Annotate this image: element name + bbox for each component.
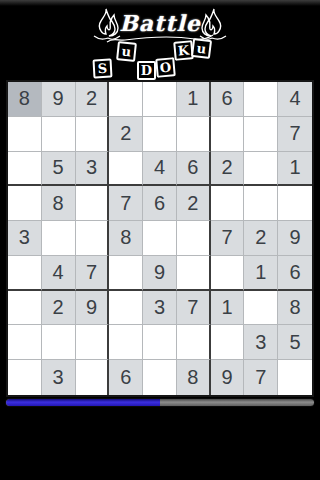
sudoku-cell-r2c7[interactable] xyxy=(211,117,245,152)
sudoku-cell-r6c8[interactable]: 1 xyxy=(244,256,278,291)
logo-block-u1: u xyxy=(116,41,137,62)
sudoku-cell-r4c9[interactable] xyxy=(278,186,312,221)
sudoku-cell-r8c1[interactable] xyxy=(8,325,42,360)
sudoku-cell-r1c8[interactable] xyxy=(244,82,278,117)
logo-block-u2: u xyxy=(191,38,212,59)
sudoku-cell-r9c5[interactable] xyxy=(143,360,177,395)
sudoku-cell-r5c1[interactable]: 3 xyxy=(8,221,42,256)
sudoku-cell-r5c8[interactable]: 2 xyxy=(244,221,278,256)
app-screen: Battle S u D O K u 892164275346218762387… xyxy=(0,0,320,480)
sudoku-cell-r1c5[interactable] xyxy=(143,82,177,117)
sudoku-cell-r6c6[interactable] xyxy=(177,256,211,291)
sudoku-cell-r6c2[interactable]: 4 xyxy=(42,256,76,291)
logo-header: Battle S u D O K u xyxy=(0,0,320,80)
sudoku-cell-r9c1[interactable] xyxy=(8,360,42,395)
sudoku-cell-r3c5[interactable]: 4 xyxy=(143,152,177,187)
sudoku-cell-r8c8[interactable]: 3 xyxy=(244,325,278,360)
sudoku-cell-r1c3[interactable]: 2 xyxy=(76,82,110,117)
logo-block-s: S xyxy=(93,59,113,79)
sudoku-cell-r7c4[interactable] xyxy=(109,291,143,326)
sudoku-cell-r5c3[interactable] xyxy=(76,221,110,256)
sudoku-cell-r6c4[interactable] xyxy=(109,256,143,291)
sudoku-cell-r9c9[interactable] xyxy=(278,360,312,395)
sudoku-cell-r7c2[interactable]: 2 xyxy=(42,291,76,326)
sudoku-cell-r4c4[interactable]: 7 xyxy=(109,186,143,221)
sudoku-cell-r7c9[interactable]: 8 xyxy=(278,291,312,326)
sudoku-cell-r1c9[interactable]: 4 xyxy=(278,82,312,117)
sudoku-cell-r3c9[interactable]: 1 xyxy=(278,152,312,187)
sudoku-cell-r1c2[interactable]: 9 xyxy=(42,82,76,117)
sudoku-cell-r6c1[interactable] xyxy=(8,256,42,291)
sudoku-cell-r3c1[interactable] xyxy=(8,152,42,187)
sudoku-cell-r5c9[interactable]: 9 xyxy=(278,221,312,256)
sudoku-cell-r4c8[interactable] xyxy=(244,186,278,221)
progress-bar xyxy=(6,399,314,406)
sudoku-cell-r1c4[interactable] xyxy=(109,82,143,117)
sudoku-cell-r4c5[interactable]: 6 xyxy=(143,186,177,221)
sudoku-cell-r7c8[interactable] xyxy=(244,291,278,326)
sudoku-cell-r8c2[interactable] xyxy=(42,325,76,360)
sudoku-cell-r5c4[interactable]: 8 xyxy=(109,221,143,256)
sudoku-cell-r3c2[interactable]: 5 xyxy=(42,152,76,187)
sudoku-cell-r7c5[interactable]: 3 xyxy=(143,291,177,326)
sudoku-cell-r7c1[interactable] xyxy=(8,291,42,326)
sudoku-cell-r2c3[interactable] xyxy=(76,117,110,152)
sudoku-cell-r6c3[interactable]: 7 xyxy=(76,256,110,291)
sudoku-cell-r4c2[interactable]: 8 xyxy=(42,186,76,221)
sudoku-cell-r3c8[interactable] xyxy=(244,152,278,187)
sudoku-cell-r2c6[interactable] xyxy=(177,117,211,152)
sudoku-cell-r2c1[interactable] xyxy=(8,117,42,152)
sudoku-cell-r6c5[interactable]: 9 xyxy=(143,256,177,291)
logo-block-o: O xyxy=(155,57,176,78)
sudoku-cell-r2c9[interactable]: 7 xyxy=(278,117,312,152)
sudoku-cell-r3c4[interactable] xyxy=(109,152,143,187)
sudoku-cell-r7c3[interactable]: 9 xyxy=(76,291,110,326)
sudoku-cell-r2c5[interactable] xyxy=(143,117,177,152)
sudoku-cell-r2c2[interactable] xyxy=(42,117,76,152)
sudoku-cell-r3c7[interactable]: 2 xyxy=(211,152,245,187)
sudoku-cell-r1c1[interactable]: 8 xyxy=(8,82,42,117)
sudoku-grid: 8921642753462187623872947916293718353689… xyxy=(6,80,314,397)
sudoku-cell-r1c6[interactable]: 1 xyxy=(177,82,211,117)
sudoku-cell-r4c6[interactable]: 2 xyxy=(177,186,211,221)
sudoku-cell-r4c3[interactable] xyxy=(76,186,110,221)
logo-block-d: D xyxy=(137,61,156,80)
sudoku-cell-r9c8[interactable]: 7 xyxy=(244,360,278,395)
sudoku-cell-r4c1[interactable] xyxy=(8,186,42,221)
sudoku-cell-r8c4[interactable] xyxy=(109,325,143,360)
sudoku-cell-r9c3[interactable] xyxy=(76,360,110,395)
sudoku-cell-r2c4[interactable]: 2 xyxy=(109,117,143,152)
sudoku-cell-r4c7[interactable] xyxy=(211,186,245,221)
sudoku-cell-r9c6[interactable]: 8 xyxy=(177,360,211,395)
flame-icon-right xyxy=(198,7,228,41)
sudoku-cell-r6c9[interactable]: 6 xyxy=(278,256,312,291)
sudoku-cell-r8c9[interactable]: 5 xyxy=(278,325,312,360)
sudoku-cell-r8c6[interactable] xyxy=(177,325,211,360)
sudoku-cell-r2c8[interactable] xyxy=(244,117,278,152)
sudoku-cell-r8c7[interactable] xyxy=(211,325,245,360)
sudoku-cell-r7c6[interactable]: 7 xyxy=(177,291,211,326)
sudoku-cell-r9c7[interactable]: 9 xyxy=(211,360,245,395)
progress-fill xyxy=(6,399,160,406)
sudoku-cell-r9c2[interactable]: 3 xyxy=(42,360,76,395)
sudoku-cell-r5c7[interactable]: 7 xyxy=(211,221,245,256)
sudoku-cell-r9c4[interactable]: 6 xyxy=(109,360,143,395)
sudoku-cell-r5c5[interactable] xyxy=(143,221,177,256)
sudoku-cell-r5c6[interactable] xyxy=(177,221,211,256)
sudoku-cell-r1c7[interactable]: 6 xyxy=(211,82,245,117)
sudoku-cell-r5c2[interactable] xyxy=(42,221,76,256)
sudoku-cell-r7c7[interactable]: 1 xyxy=(211,291,245,326)
sudoku-cell-r3c3[interactable]: 3 xyxy=(76,152,110,187)
sudoku-cell-r8c5[interactable] xyxy=(143,325,177,360)
sudoku-cell-r3c6[interactable]: 6 xyxy=(177,152,211,187)
sudoku-cell-r8c3[interactable] xyxy=(76,325,110,360)
sudoku-cell-r6c7[interactable] xyxy=(211,256,245,291)
